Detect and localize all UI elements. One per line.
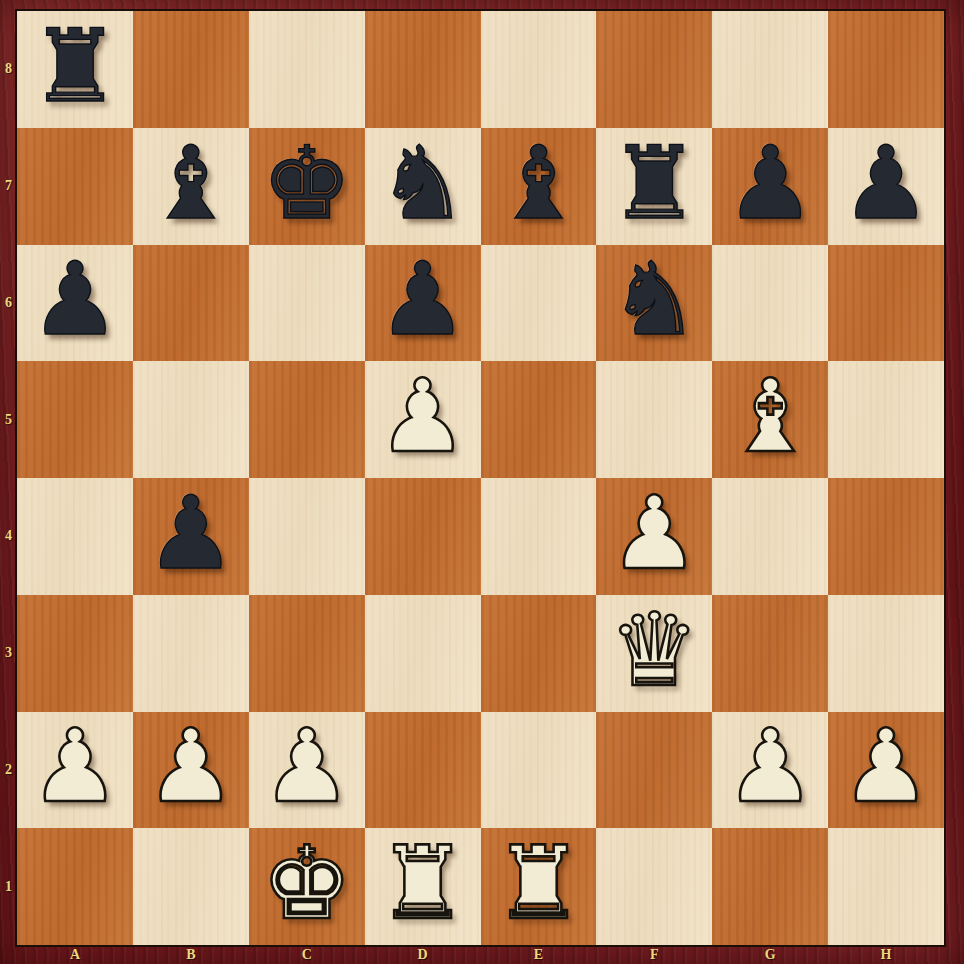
piece-black-rook[interactable]: ♜: [30, 16, 121, 117]
piece-black-pawn[interactable]: ♟: [725, 133, 816, 234]
square-e6[interactable]: [481, 245, 597, 362]
rank-label-6: 6: [0, 245, 17, 362]
square-e8[interactable]: [481, 11, 597, 128]
file-label-c: C: [249, 945, 365, 964]
square-d3[interactable]: [365, 595, 481, 712]
square-b7[interactable]: ♝: [133, 128, 249, 245]
square-h4[interactable]: [828, 478, 944, 595]
square-e3[interactable]: [481, 595, 597, 712]
square-d7[interactable]: ♞: [365, 128, 481, 245]
square-e7[interactable]: ♝: [481, 128, 597, 245]
piece-white-rook[interactable]: ♜: [493, 833, 584, 934]
square-f4[interactable]: ♟: [596, 478, 712, 595]
piece-black-rook[interactable]: ♜: [609, 133, 700, 234]
file-labels: ABCDEFGH: [17, 945, 944, 964]
rank-label-8: 8: [0, 11, 17, 128]
square-c2[interactable]: ♟: [249, 712, 365, 829]
piece-black-pawn[interactable]: ♟: [377, 249, 468, 350]
square-g1[interactable]: [712, 828, 828, 945]
piece-black-king[interactable]: ♚: [261, 133, 352, 234]
square-e1[interactable]: ♜: [481, 828, 597, 945]
piece-white-pawn[interactable]: ♟: [377, 366, 468, 467]
square-g8[interactable]: [712, 11, 828, 128]
piece-black-knight[interactable]: ♞: [377, 133, 468, 234]
square-a4[interactable]: [17, 478, 133, 595]
square-c5[interactable]: [249, 361, 365, 478]
square-h3[interactable]: [828, 595, 944, 712]
square-b4[interactable]: ♟: [133, 478, 249, 595]
rank-label-3: 3: [0, 595, 17, 712]
piece-white-rook[interactable]: ♜: [377, 833, 468, 934]
piece-black-pawn[interactable]: ♟: [841, 133, 932, 234]
rank-label-4: 4: [0, 478, 17, 595]
file-label-d: D: [365, 945, 481, 964]
piece-white-pawn[interactable]: ♟: [261, 716, 352, 817]
square-h6[interactable]: [828, 245, 944, 362]
square-g2[interactable]: ♟: [712, 712, 828, 829]
piece-white-pawn[interactable]: ♟: [609, 483, 700, 584]
square-e2[interactable]: [481, 712, 597, 829]
piece-black-pawn[interactable]: ♟: [30, 249, 121, 350]
file-label-a: A: [17, 945, 133, 964]
rank-label-5: 5: [0, 361, 17, 478]
piece-white-queen[interactable]: ♛: [609, 600, 700, 701]
square-b2[interactable]: ♟: [133, 712, 249, 829]
piece-black-pawn[interactable]: ♟: [146, 483, 237, 584]
square-c6[interactable]: [249, 245, 365, 362]
file-label-f: F: [596, 945, 712, 964]
square-b1[interactable]: [133, 828, 249, 945]
square-d4[interactable]: [365, 478, 481, 595]
square-c8[interactable]: [249, 11, 365, 128]
square-h5[interactable]: [828, 361, 944, 478]
square-a6[interactable]: ♟: [17, 245, 133, 362]
rank-label-1: 1: [0, 828, 17, 945]
piece-black-knight[interactable]: ♞: [609, 249, 700, 350]
square-a3[interactable]: [17, 595, 133, 712]
square-a2[interactable]: ♟: [17, 712, 133, 829]
square-f6[interactable]: ♞: [596, 245, 712, 362]
square-g3[interactable]: [712, 595, 828, 712]
square-h1[interactable]: [828, 828, 944, 945]
piece-black-bishop[interactable]: ♝: [493, 133, 584, 234]
square-h2[interactable]: ♟: [828, 712, 944, 829]
square-b6[interactable]: [133, 245, 249, 362]
square-c3[interactable]: [249, 595, 365, 712]
square-f8[interactable]: [596, 11, 712, 128]
square-f1[interactable]: [596, 828, 712, 945]
file-label-h: H: [828, 945, 944, 964]
square-e4[interactable]: [481, 478, 597, 595]
piece-black-bishop[interactable]: ♝: [146, 133, 237, 234]
square-c7[interactable]: ♚: [249, 128, 365, 245]
square-f2[interactable]: [596, 712, 712, 829]
square-b8[interactable]: [133, 11, 249, 128]
board: ♜♝♚♞♝♜♟♟♟♟♞♟♝♟♟♛♟♟♟♟♟♚♜♜: [17, 11, 944, 945]
square-c1[interactable]: ♚: [249, 828, 365, 945]
file-label-e: E: [481, 945, 597, 964]
square-d2[interactable]: [365, 712, 481, 829]
square-g6[interactable]: [712, 245, 828, 362]
piece-white-king[interactable]: ♚: [261, 833, 352, 934]
square-a5[interactable]: [17, 361, 133, 478]
square-g5[interactable]: ♝: [712, 361, 828, 478]
file-label-b: B: [133, 945, 249, 964]
square-d5[interactable]: ♟: [365, 361, 481, 478]
square-g4[interactable]: [712, 478, 828, 595]
piece-white-pawn[interactable]: ♟: [841, 716, 932, 817]
piece-white-pawn[interactable]: ♟: [146, 716, 237, 817]
square-d8[interactable]: [365, 11, 481, 128]
square-a1[interactable]: [17, 828, 133, 945]
file-label-g: G: [712, 945, 828, 964]
square-d1[interactable]: ♜: [365, 828, 481, 945]
piece-white-pawn[interactable]: ♟: [30, 716, 121, 817]
square-h8[interactable]: [828, 11, 944, 128]
square-e5[interactable]: [481, 361, 597, 478]
square-f5[interactable]: [596, 361, 712, 478]
square-c4[interactable]: [249, 478, 365, 595]
piece-white-bishop[interactable]: ♝: [725, 366, 816, 467]
square-a7[interactable]: [17, 128, 133, 245]
square-h7[interactable]: ♟: [828, 128, 944, 245]
board-frame: 87654321 ABCDEFGH ♜♝♚♞♝♜♟♟♟♟♞♟♝♟♟♛♟♟♟♟♟♚…: [0, 0, 964, 964]
square-a8[interactable]: ♜: [17, 11, 133, 128]
square-b3[interactable]: [133, 595, 249, 712]
square-b5[interactable]: [133, 361, 249, 478]
rank-labels: 87654321: [0, 11, 17, 945]
square-f7[interactable]: ♜: [596, 128, 712, 245]
piece-white-pawn[interactable]: ♟: [725, 716, 816, 817]
square-f3[interactable]: ♛: [596, 595, 712, 712]
rank-label-2: 2: [0, 712, 17, 829]
square-d6[interactable]: ♟: [365, 245, 481, 362]
rank-label-7: 7: [0, 128, 17, 245]
square-g7[interactable]: ♟: [712, 128, 828, 245]
